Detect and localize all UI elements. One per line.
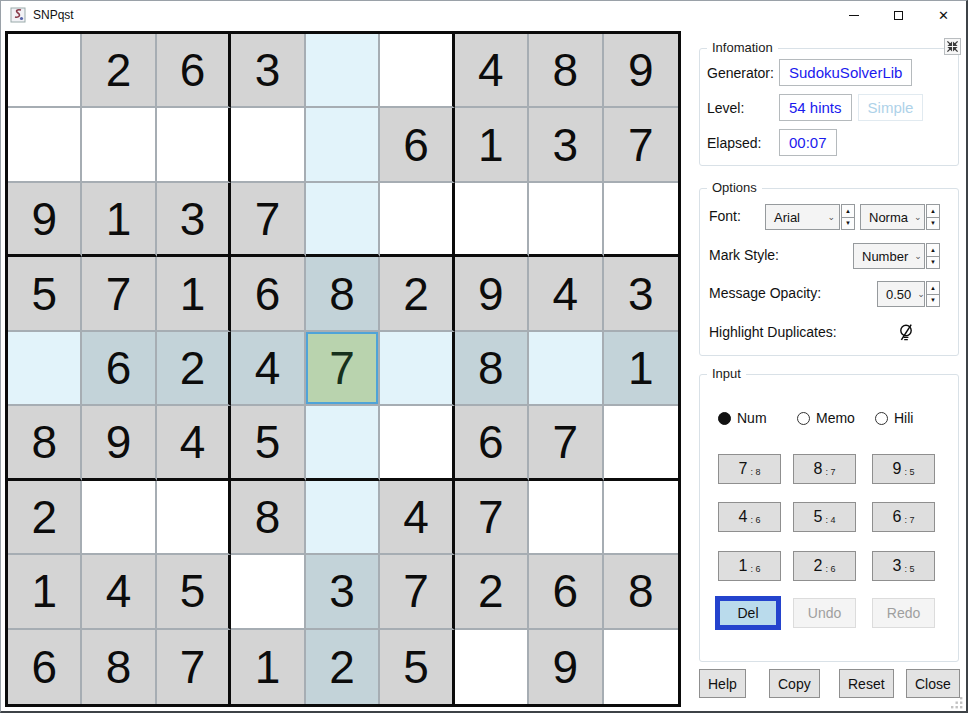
numpad-remaining-count: : 6	[750, 559, 760, 574]
radio-selected-icon	[718, 412, 731, 425]
cell-r2c6[interactable]: 6	[380, 108, 454, 182]
cell-r7c1[interactable]: 2	[8, 481, 82, 555]
spinner-up-icon[interactable]: ▲	[841, 204, 855, 218]
input-group-title: Input	[707, 366, 746, 381]
cell-r3c6[interactable]	[380, 183, 454, 257]
cell-r6c3[interactable]: 4	[157, 406, 231, 480]
cell-r4c5[interactable]: 8	[306, 257, 380, 331]
minimize-icon	[849, 15, 859, 16]
side-panel: Infomation Generator: SudokuSolverLib Le…	[689, 29, 966, 711]
cell-r1c8[interactable]: 8	[529, 34, 603, 108]
font-style-combobox-value: Norma	[869, 210, 908, 225]
expand-icon	[946, 40, 959, 53]
numpad-remaining-count: : 5	[904, 462, 914, 477]
cell-r8c9[interactable]: 8	[604, 555, 678, 629]
font-combobox[interactable]: Arial ⌄	[765, 204, 840, 230]
cell-r6c9[interactable]	[604, 406, 678, 480]
help-button[interactable]: Help	[699, 669, 746, 698]
numpad-button-6[interactable]: 6: 7	[872, 502, 935, 532]
cell-r7c6[interactable]: 4	[380, 481, 454, 555]
cell-r8c8[interactable]: 6	[529, 555, 603, 629]
undo-button: Undo	[793, 598, 856, 628]
generator-value: SudokuSolverLib	[779, 59, 912, 86]
close-dialog-button[interactable]: Close	[906, 669, 960, 698]
cell-r1c1[interactable]	[8, 34, 82, 108]
cell-r9c2[interactable]: 8	[82, 630, 156, 704]
cell-r6c4[interactable]: 5	[231, 406, 305, 480]
radio-memo-label: Memo	[816, 410, 855, 426]
cell-r8c5[interactable]: 3	[306, 555, 380, 629]
cell-r4c1[interactable]: 5	[8, 257, 82, 331]
cell-r5c2[interactable]: 6	[82, 332, 156, 406]
radio-num[interactable]: Num	[718, 410, 767, 426]
cell-r6c6[interactable]	[380, 406, 454, 480]
cell-r5c7[interactable]: 8	[455, 332, 529, 406]
numpad-digit: 2	[814, 557, 823, 575]
cell-r6c1[interactable]: 8	[8, 406, 82, 480]
input-mode-radios: Num Memo Hili	[700, 410, 958, 428]
options-group: Options Font: Arial ⌄ ▲ ▼ Norma ⌄ ▲ ▼	[699, 188, 959, 356]
level-label: Level:	[707, 100, 779, 116]
numpad-digit: 5	[814, 508, 823, 526]
cell-r9c5[interactable]: 2	[306, 630, 380, 704]
mark-style-spinner[interactable]: ▲ ▼	[926, 243, 940, 269]
cell-r3c4[interactable]: 7	[231, 183, 305, 257]
cell-r1c9[interactable]: 9	[604, 34, 678, 108]
elapsed-label: Elapsed:	[707, 135, 779, 151]
maximize-button[interactable]	[876, 1, 921, 29]
chevron-down-icon: ⌄	[908, 212, 922, 222]
numpad-remaining-count: : 4	[825, 510, 835, 525]
message-opacity-label: Message Opacity:	[709, 285, 821, 301]
cell-r1c3[interactable]: 6	[157, 34, 231, 108]
cell-r8c2[interactable]: 4	[82, 555, 156, 629]
cell-r4c3[interactable]: 1	[157, 257, 231, 331]
cell-r2c8[interactable]: 3	[529, 108, 603, 182]
cell-r5c5[interactable]: 7	[306, 332, 380, 406]
numpad-digit: 4	[739, 508, 748, 526]
cell-r6c7[interactable]: 6	[455, 406, 529, 480]
cell-r3c9[interactable]	[604, 183, 678, 257]
reset-button-label: Reset	[848, 676, 885, 692]
close-button[interactable]: ✕	[921, 1, 966, 29]
cell-r2c3[interactable]	[157, 108, 231, 182]
mark-style-combobox[interactable]: Number ⌄	[853, 243, 925, 269]
cell-r2c9[interactable]: 7	[604, 108, 678, 182]
radio-hili-label: Hili	[894, 410, 913, 426]
cell-r7c8[interactable]	[529, 481, 603, 555]
radio-unselected-icon	[875, 412, 888, 425]
numpad-button-1[interactable]: 1: 6	[718, 551, 781, 581]
cell-r4c8[interactable]: 4	[529, 257, 603, 331]
cell-r4c4[interactable]: 6	[231, 257, 305, 331]
cell-r2c1[interactable]	[8, 108, 82, 182]
numpad-button-3[interactable]: 3: 5	[872, 551, 935, 581]
message-opacity-spinner[interactable]: ▲ ▼	[926, 281, 940, 307]
numpad-button-4[interactable]: 4: 6	[718, 502, 781, 532]
cell-r5c3[interactable]: 2	[157, 332, 231, 406]
spinner-down-icon[interactable]: ▼	[926, 218, 940, 231]
cell-r7c9[interactable]	[604, 481, 678, 555]
cell-r8c1[interactable]: 1	[8, 555, 82, 629]
window-title: SNPqst	[33, 8, 74, 22]
chevron-down-icon: ⌄	[908, 251, 922, 261]
font-style-spinner[interactable]: ▲ ▼	[926, 204, 940, 230]
cell-r9c1[interactable]: 6	[8, 630, 82, 704]
elapsed-value: 00:07	[779, 129, 837, 156]
numpad-remaining-count: : 6	[750, 510, 760, 525]
cell-r8c6[interactable]: 7	[380, 555, 454, 629]
message-opacity-combobox-value: 0.50	[886, 287, 911, 302]
cell-r6c2[interactable]: 9	[82, 406, 156, 480]
radio-hili[interactable]: Hili	[875, 410, 913, 426]
radio-unselected-icon	[797, 412, 810, 425]
numpad-remaining-count: : 7	[904, 510, 914, 525]
font-spinner[interactable]: ▲ ▼	[841, 204, 855, 230]
font-combobox-value: Arial	[774, 210, 800, 225]
font-label: Font:	[709, 208, 741, 224]
cell-r1c5[interactable]	[306, 34, 380, 108]
numpad-button-2[interactable]: 2: 6	[793, 551, 856, 581]
mark-style-combobox-value: Number	[862, 249, 908, 264]
cell-r7c3[interactable]	[157, 481, 231, 555]
cell-r9c6[interactable]: 5	[380, 630, 454, 704]
numpad-digit: 1	[739, 557, 748, 575]
numpad-button-5[interactable]: 5: 4	[793, 502, 856, 532]
help-button-label: Help	[708, 676, 737, 692]
cell-r3c1[interactable]: 9	[8, 183, 82, 257]
input-group: Input Num Memo Hili 7: 88: 79: 54: 65: 4…	[699, 374, 959, 662]
options-group-title: Options	[707, 180, 762, 195]
redo-button-label: Redo	[887, 605, 920, 621]
delete-button[interactable]: Del	[718, 599, 778, 627]
numpad-button-8[interactable]: 8: 7	[793, 454, 856, 484]
cell-r1c4[interactable]: 3	[231, 34, 305, 108]
close-dialog-button-label: Close	[915, 676, 951, 692]
cell-r9c8[interactable]: 9	[529, 630, 603, 704]
cell-r9c3[interactable]: 7	[157, 630, 231, 704]
numpad-digit: 3	[893, 557, 902, 575]
mark-style-label: Mark Style:	[709, 247, 779, 263]
cell-r2c2[interactable]	[82, 108, 156, 182]
cell-r1c7[interactable]: 4	[455, 34, 529, 108]
delete-button-label: Del	[737, 605, 758, 621]
numpad-remaining-count: : 8	[750, 462, 760, 477]
numpad-digit: 6	[893, 508, 902, 526]
cell-r6c8[interactable]: 7	[529, 406, 603, 480]
cell-r5c9[interactable]: 1	[604, 332, 678, 406]
cell-r5c4[interactable]: 4	[231, 332, 305, 406]
radio-memo[interactable]: Memo	[797, 410, 855, 426]
cell-r3c3[interactable]: 3	[157, 183, 231, 257]
cell-r3c2[interactable]: 1	[82, 183, 156, 257]
spinner-down-icon[interactable]: ▼	[841, 218, 855, 231]
undo-button-label: Undo	[808, 605, 841, 621]
cell-r8c7[interactable]: 2	[455, 555, 529, 629]
cell-r3c8[interactable]	[529, 183, 603, 257]
difficulty-value: Simple	[858, 94, 924, 121]
message-opacity-combobox[interactable]: 0.50 ⌄	[877, 281, 925, 307]
copy-button-label: Copy	[778, 676, 811, 692]
font-style-combobox[interactable]: Norma ⌄	[860, 204, 925, 230]
highlight-duplicates-off-icon[interactable]	[896, 322, 916, 344]
spinner-down-icon[interactable]: ▼	[926, 295, 940, 308]
sudoku-board: 2634896137913757168294362478189456728471…	[5, 31, 681, 707]
highlight-duplicates-label: Highlight Duplicates:	[709, 324, 837, 340]
title-bar: SNPqst ✕	[1, 1, 966, 29]
numpad-remaining-count: : 6	[825, 559, 835, 574]
cell-r4c6[interactable]: 2	[380, 257, 454, 331]
cell-r6c5[interactable]	[306, 406, 380, 480]
numpad-button-9[interactable]: 9: 5	[872, 454, 935, 484]
reset-button[interactable]: Reset	[839, 669, 894, 698]
spinner-up-icon[interactable]: ▲	[926, 243, 940, 257]
cell-r4c7[interactable]: 9	[455, 257, 529, 331]
expand-button[interactable]	[944, 38, 961, 55]
radio-num-label: Num	[737, 410, 767, 426]
cell-r2c4[interactable]	[231, 108, 305, 182]
numpad-remaining-count: : 7	[825, 462, 835, 477]
cell-r9c7[interactable]	[455, 630, 529, 704]
spinner-up-icon[interactable]: ▲	[926, 204, 940, 218]
cell-r2c5[interactable]	[306, 108, 380, 182]
cell-r4c2[interactable]: 7	[82, 257, 156, 331]
information-group-title: Infomation	[707, 40, 778, 55]
resize-grip-icon[interactable]	[950, 696, 963, 709]
numpad-button-7[interactable]: 7: 8	[718, 454, 781, 484]
cell-r8c4[interactable]	[231, 555, 305, 629]
cell-r1c2[interactable]: 2	[82, 34, 156, 108]
numpad-digit: 9	[893, 460, 902, 478]
generator-label: Generator:	[707, 65, 779, 81]
minimize-button[interactable]	[831, 1, 876, 29]
cell-r3c5[interactable]	[306, 183, 380, 257]
cell-r2c7[interactable]: 1	[455, 108, 529, 182]
cell-r5c6[interactable]	[380, 332, 454, 406]
cell-r5c8[interactable]	[529, 332, 603, 406]
cell-r7c2[interactable]	[82, 481, 156, 555]
numpad-digit: 7	[739, 460, 748, 478]
maximize-icon	[894, 11, 903, 20]
cell-r3c7[interactable]	[455, 183, 529, 257]
cell-r7c4[interactable]: 8	[231, 481, 305, 555]
app-icon	[10, 7, 26, 23]
copy-button[interactable]: Copy	[769, 669, 820, 698]
cell-r5c1[interactable]	[8, 332, 82, 406]
redo-button: Redo	[872, 598, 935, 628]
spinner-up-icon[interactable]: ▲	[926, 281, 940, 295]
cell-r7c7[interactable]: 7	[455, 481, 529, 555]
cell-r9c9[interactable]	[604, 630, 678, 704]
information-group: Infomation Generator: SudokuSolverLib Le…	[699, 48, 959, 166]
cell-r1c6[interactable]	[380, 34, 454, 108]
close-icon: ✕	[938, 9, 949, 22]
spinner-down-icon[interactable]: ▼	[926, 257, 940, 270]
cell-r9c4[interactable]: 1	[231, 630, 305, 704]
chevron-down-icon: ⌄	[911, 289, 925, 299]
chevron-down-icon: ⌄	[821, 212, 835, 222]
app-window: SNPqst ✕ 2634896137913757168294362478189…	[0, 0, 968, 713]
cell-r4c9[interactable]: 3	[604, 257, 678, 331]
level-value: 54 hints	[779, 94, 852, 121]
numpad-digit: 8	[814, 460, 823, 478]
numpad-remaining-count: : 5	[904, 559, 914, 574]
cell-r7c5[interactable]	[306, 481, 380, 555]
cell-r8c3[interactable]: 5	[157, 555, 231, 629]
